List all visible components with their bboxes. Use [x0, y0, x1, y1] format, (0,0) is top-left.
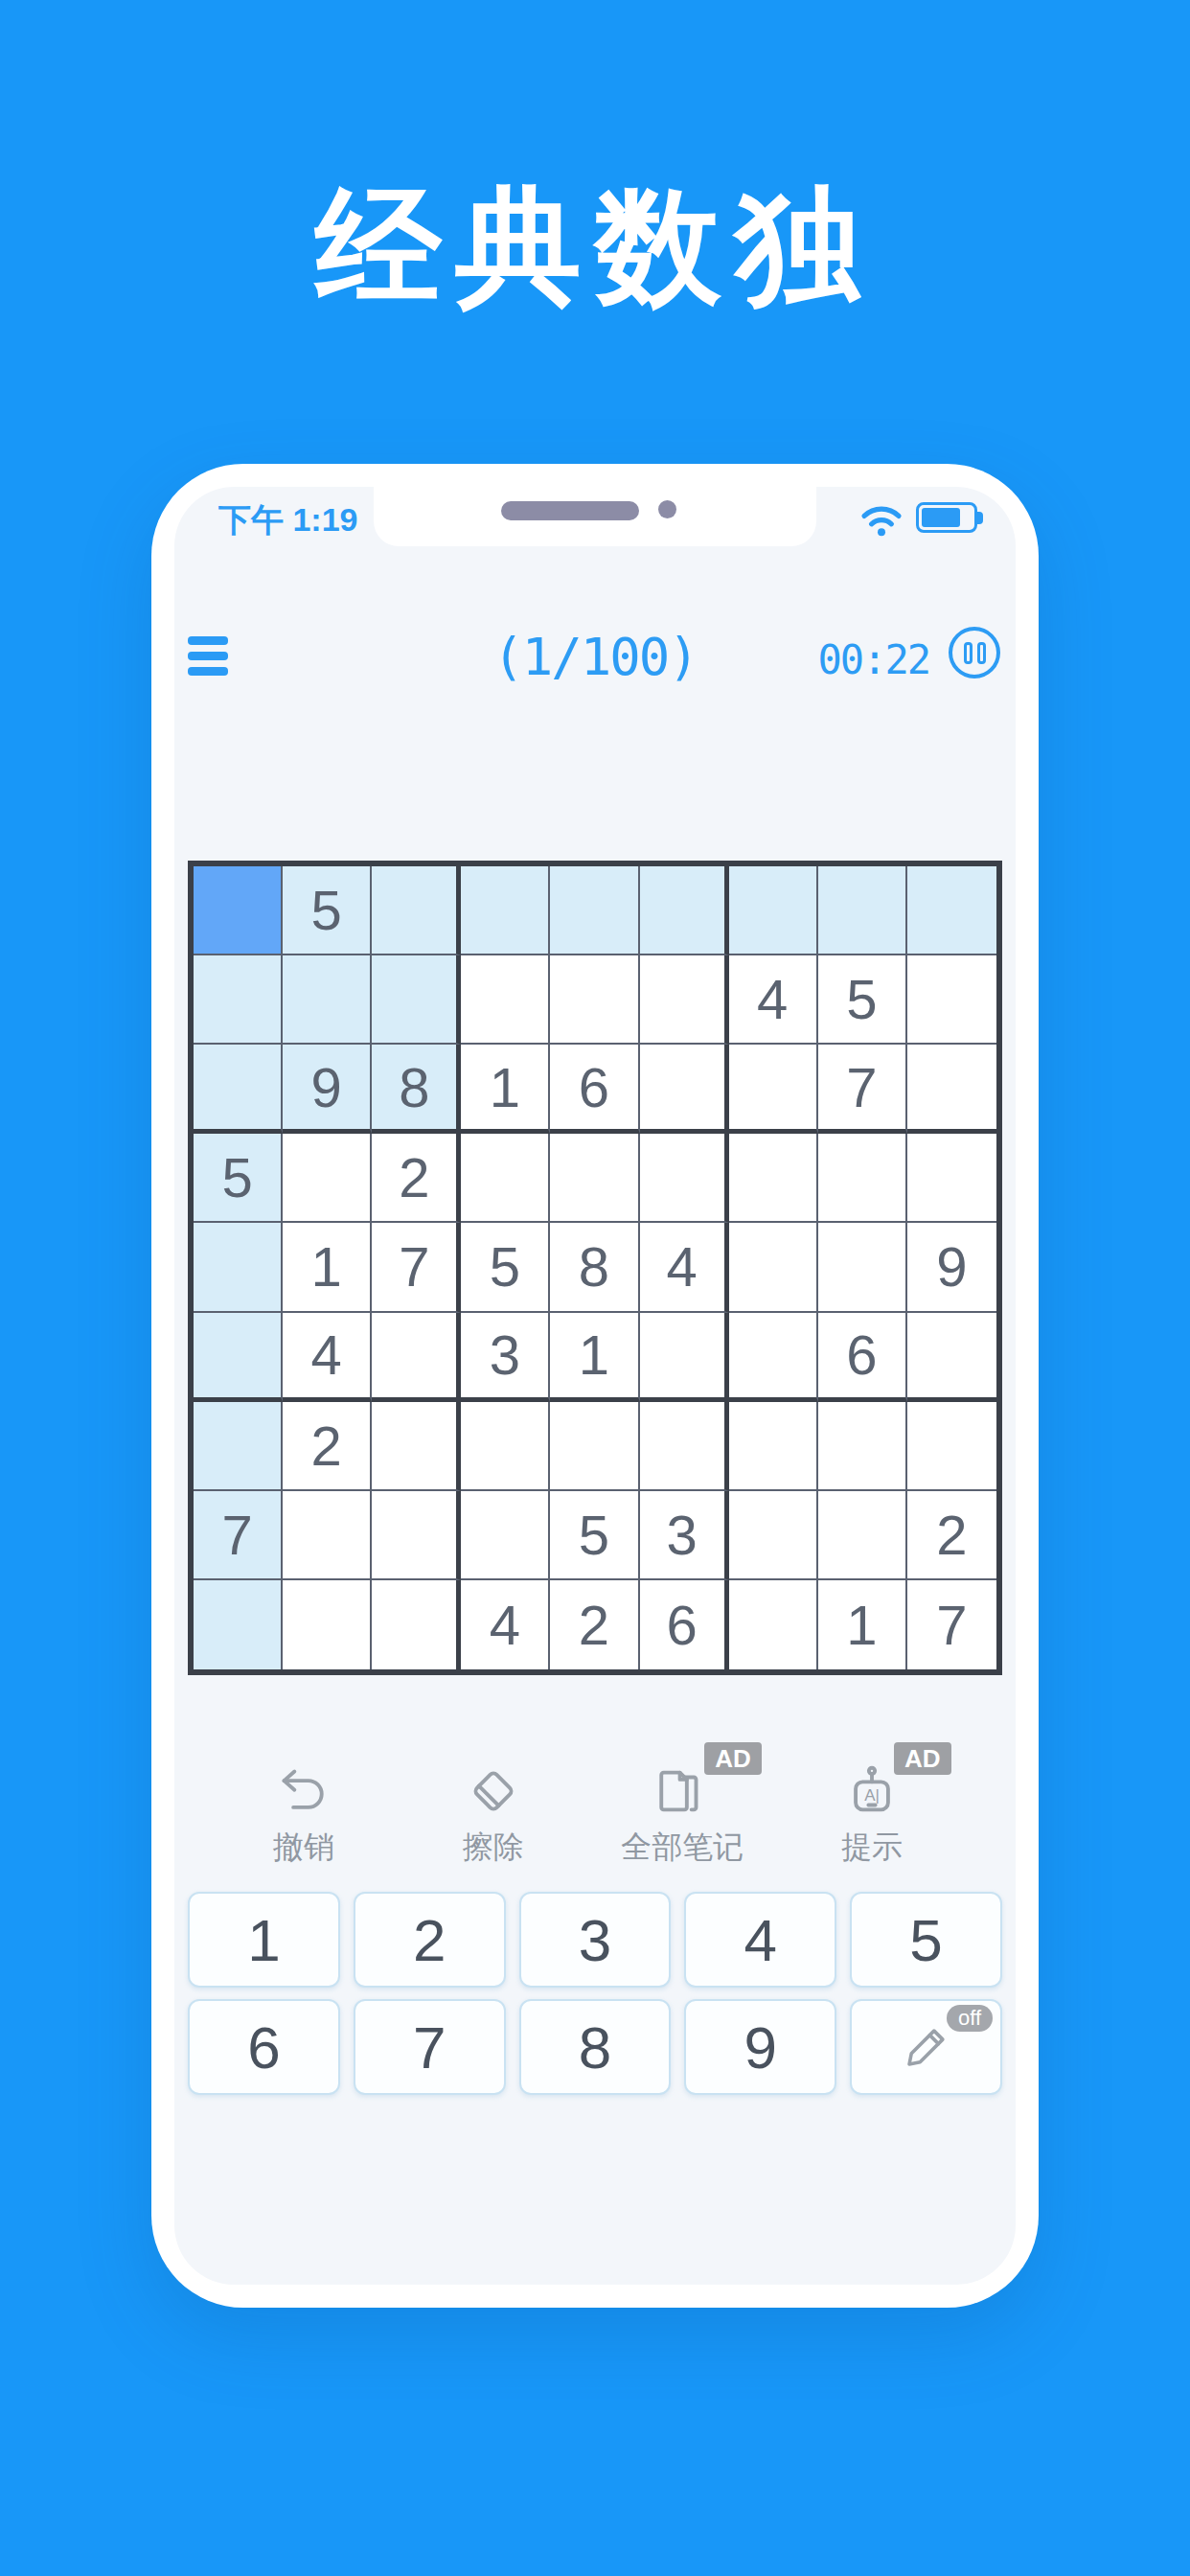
cell-r5c2[interactable]: 1	[283, 1223, 372, 1312]
cell-r1c8[interactable]	[818, 866, 907, 955]
cell-r2c4[interactable]	[461, 955, 550, 1045]
hint-label: 提示	[841, 1827, 903, 1869]
svg-text:A|: A|	[864, 1786, 880, 1805]
cell-r6c5[interactable]: 1	[550, 1313, 639, 1402]
cell-r4c7[interactable]	[729, 1134, 818, 1223]
cell-r7c4[interactable]	[461, 1402, 550, 1491]
cell-r9c1[interactable]	[194, 1580, 283, 1669]
notes-icon	[654, 1763, 710, 1819]
cell-r3c6[interactable]	[640, 1045, 729, 1134]
cell-r6c7[interactable]	[729, 1313, 818, 1402]
cell-r1c9[interactable]	[907, 866, 996, 955]
ad-badge: AD	[894, 1742, 951, 1775]
cell-r8c1[interactable]: 7	[194, 1491, 283, 1580]
status-time: 下午 1:19	[218, 498, 358, 542]
cell-r7c5[interactable]	[550, 1402, 639, 1491]
cell-r1c2[interactable]: 5	[283, 866, 372, 955]
cell-r1c6[interactable]	[640, 866, 729, 955]
cell-r7c1[interactable]	[194, 1402, 283, 1491]
battery-icon	[916, 502, 977, 533]
ad-badge: AD	[704, 1742, 762, 1775]
cell-r3c9[interactable]	[907, 1045, 996, 1134]
cell-r2c8[interactable]: 5	[818, 955, 907, 1045]
cell-r5c5[interactable]: 8	[550, 1223, 639, 1312]
cell-r3c8[interactable]: 7	[818, 1045, 907, 1134]
cell-r8c6[interactable]: 3	[640, 1491, 729, 1580]
cell-r2c6[interactable]	[640, 955, 729, 1045]
cell-r8c9[interactable]: 2	[907, 1491, 996, 1580]
cell-r6c9[interactable]	[907, 1313, 996, 1402]
undo-label: 撤销	[273, 1827, 334, 1869]
cell-r7c7[interactable]	[729, 1402, 818, 1491]
cell-r6c4[interactable]: 3	[461, 1313, 550, 1402]
cell-r4c3[interactable]: 2	[372, 1134, 461, 1223]
cell-r6c1[interactable]	[194, 1313, 283, 1402]
cell-r5c6[interactable]: 4	[640, 1223, 729, 1312]
numpad-key-9[interactable]: 9	[684, 1999, 836, 2095]
wifi-icon	[858, 500, 904, 542]
cell-r8c8[interactable]	[818, 1491, 907, 1580]
phone-mockup: 下午 1:19 (1/100) 00:22	[151, 464, 1039, 2308]
cell-r7c9[interactable]	[907, 1402, 996, 1491]
undo-button[interactable]: 撤销	[213, 1763, 395, 1869]
phone-screen: 下午 1:19 (1/100) 00:22	[174, 487, 1016, 2285]
all-notes-label: 全部笔记	[621, 1827, 744, 1869]
cell-r4c1[interactable]: 5	[194, 1134, 283, 1223]
cell-r4c2[interactable]	[283, 1134, 372, 1223]
cell-r9c4[interactable]: 4	[461, 1580, 550, 1669]
cell-r8c2[interactable]	[283, 1491, 372, 1580]
pencil-icon	[901, 2021, 952, 2073]
cell-r1c1[interactable]	[194, 866, 283, 955]
cell-r5c3[interactable]: 7	[372, 1223, 461, 1312]
cell-r3c4[interactable]: 1	[461, 1045, 550, 1134]
cell-r9c5[interactable]: 2	[550, 1580, 639, 1669]
cell-r3c1[interactable]	[194, 1045, 283, 1134]
cell-r3c3[interactable]: 8	[372, 1045, 461, 1134]
pause-button[interactable]	[949, 627, 1000, 678]
numpad-key-2[interactable]: 2	[354, 1892, 506, 1988]
toolbar: 撤销 擦除 AD 全部笔记	[213, 1763, 963, 1869]
cell-r1c4[interactable]	[461, 866, 550, 955]
cell-r4c4[interactable]	[461, 1134, 550, 1223]
numpad-key-1[interactable]: 1	[188, 1892, 340, 1988]
cell-r7c6[interactable]	[640, 1402, 729, 1491]
numpad-key-4[interactable]: 4	[684, 1892, 836, 1988]
erase-button[interactable]: 擦除	[402, 1763, 584, 1869]
cell-r5c1[interactable]	[194, 1223, 283, 1312]
cell-r9c2[interactable]	[283, 1580, 372, 1669]
pause-icon	[964, 642, 973, 664]
cell-r8c5[interactable]: 5	[550, 1491, 639, 1580]
cell-r9c9[interactable]: 7	[907, 1580, 996, 1669]
cell-r2c2[interactable]	[283, 955, 372, 1045]
cell-r9c6[interactable]: 6	[640, 1580, 729, 1669]
hint-robot-icon: A|	[844, 1763, 900, 1819]
notch	[374, 487, 816, 546]
cell-r1c7[interactable]	[729, 866, 818, 955]
cell-r4c5[interactable]	[550, 1134, 639, 1223]
cell-r7c3[interactable]	[372, 1402, 461, 1491]
cell-r2c3[interactable]	[372, 955, 461, 1045]
cell-r7c8[interactable]	[818, 1402, 907, 1491]
cell-r8c7[interactable]	[729, 1491, 818, 1580]
cell-r7c2[interactable]: 2	[283, 1402, 372, 1491]
cell-r5c4[interactable]: 5	[461, 1223, 550, 1312]
cell-r6c3[interactable]	[372, 1313, 461, 1402]
numpad-key-6[interactable]: 6	[188, 1999, 340, 2095]
cell-r5c7[interactable]	[729, 1223, 818, 1312]
app-banner-title: 经典数独	[0, 163, 1190, 333]
pencil-mode-button[interactable]: off	[850, 1999, 1002, 2095]
cell-r9c3[interactable]	[372, 1580, 461, 1669]
eraser-icon	[466, 1763, 521, 1819]
cell-r5c9[interactable]: 9	[907, 1223, 996, 1312]
cell-r6c2[interactable]: 4	[283, 1313, 372, 1402]
cell-r3c2[interactable]: 9	[283, 1045, 372, 1134]
cell-r1c5[interactable]	[550, 866, 639, 955]
game-timer: 00:22	[818, 636, 929, 683]
cell-r2c7[interactable]: 4	[729, 955, 818, 1045]
hint-button[interactable]: A| AD 提示	[781, 1763, 963, 1869]
cell-r9c8[interactable]: 1	[818, 1580, 907, 1669]
numpad-key-5[interactable]: 5	[850, 1892, 1002, 1988]
cell-r5c8[interactable]	[818, 1223, 907, 1312]
cell-r4c9[interactable]	[907, 1134, 996, 1223]
cell-r6c6[interactable]	[640, 1313, 729, 1402]
front-camera	[658, 500, 676, 518]
cell-r8c3[interactable]	[372, 1491, 461, 1580]
sudoku-board: 545981675217584943162753242617	[188, 861, 1002, 1675]
erase-label: 擦除	[463, 1827, 524, 1869]
numpad-key-3[interactable]: 3	[519, 1892, 672, 1988]
cell-r3c5[interactable]: 6	[550, 1045, 639, 1134]
number-pad: 1 2 3 4 5 6 7 8 9 off	[188, 1892, 1002, 2095]
speaker-grille	[501, 501, 639, 520]
cell-r2c5[interactable]	[550, 955, 639, 1045]
numpad-key-7[interactable]: 7	[354, 1999, 506, 2095]
undo-icon	[276, 1763, 332, 1819]
cell-r4c6[interactable]	[640, 1134, 729, 1223]
cell-r8c4[interactable]	[461, 1491, 550, 1580]
battery-fill	[922, 508, 960, 527]
cell-r9c7[interactable]	[729, 1580, 818, 1669]
cell-r6c8[interactable]: 6	[818, 1313, 907, 1402]
cell-r4c8[interactable]	[818, 1134, 907, 1223]
cell-r2c1[interactable]	[194, 955, 283, 1045]
battery-nub	[977, 512, 983, 524]
numpad-key-8[interactable]: 8	[519, 1999, 672, 2095]
cell-r3c7[interactable]	[729, 1045, 818, 1134]
cell-r2c9[interactable]	[907, 955, 996, 1045]
cell-r1c3[interactable]	[372, 866, 461, 955]
pencil-off-badge: off	[947, 2005, 993, 2032]
all-notes-button[interactable]: AD 全部笔记	[591, 1763, 773, 1869]
